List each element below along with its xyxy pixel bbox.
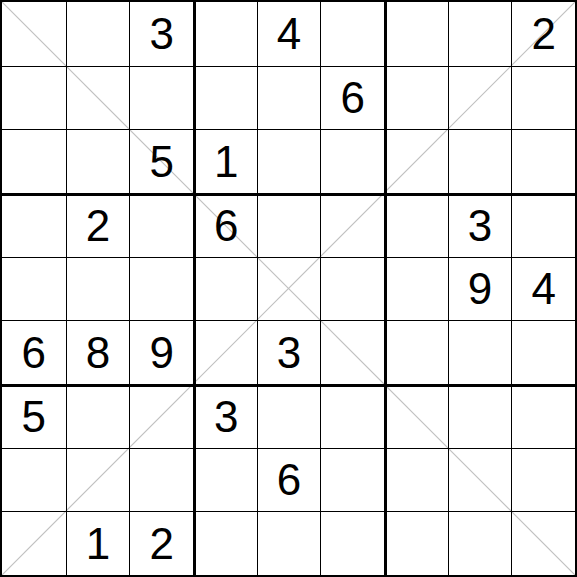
given-digit: 2 xyxy=(86,204,110,248)
sudoku-cell-r9c6[interactable] xyxy=(320,511,384,575)
sudoku-cell-r1c1[interactable] xyxy=(2,2,66,66)
sudoku-cell-r2c7[interactable] xyxy=(384,66,448,130)
sudoku-cell-r1c3[interactable]: 3 xyxy=(129,2,193,66)
sudoku-cell-r9c1[interactable] xyxy=(2,511,66,575)
sudoku-cell-r6c5[interactable]: 3 xyxy=(257,320,321,384)
sudoku-cell-r2c3[interactable] xyxy=(129,66,193,130)
given-digit: 3 xyxy=(277,331,301,375)
sudoku-cell-r1c4[interactable] xyxy=(193,2,257,66)
sudoku-cell-r4c9[interactable] xyxy=(511,193,575,257)
sudoku-cell-r7c2[interactable] xyxy=(66,384,130,448)
sudoku-cell-r5c2[interactable] xyxy=(66,257,130,321)
sudoku-cell-r3c5[interactable] xyxy=(257,129,321,193)
sudoku-cell-r5c7[interactable] xyxy=(384,257,448,321)
sudoku-cell-r7c5[interactable] xyxy=(257,384,321,448)
sudoku-cell-r2c1[interactable] xyxy=(2,66,66,130)
sudoku-cell-r6c8[interactable] xyxy=(448,320,512,384)
sudoku-cell-r1c2[interactable] xyxy=(66,2,130,66)
given-digit: 2 xyxy=(149,522,173,566)
sudoku-cell-r5c5[interactable] xyxy=(257,257,321,321)
given-digit: 8 xyxy=(86,331,110,375)
sudoku-cell-r6c6[interactable] xyxy=(320,320,384,384)
sudoku-cell-r4c2[interactable]: 2 xyxy=(66,193,130,257)
sudoku-cell-r3c6[interactable] xyxy=(320,129,384,193)
sudoku-cell-r8c3[interactable] xyxy=(129,448,193,512)
sudoku-cell-r6c2[interactable]: 8 xyxy=(66,320,130,384)
given-digit: 3 xyxy=(149,12,173,56)
sudoku-cell-r4c8[interactable]: 3 xyxy=(448,193,512,257)
given-digit: 4 xyxy=(277,12,301,56)
given-digit: 3 xyxy=(214,395,238,439)
sudoku-cell-r8c8[interactable] xyxy=(448,448,512,512)
sudoku-cell-r2c4[interactable] xyxy=(193,66,257,130)
sudoku-cell-r6c3[interactable]: 9 xyxy=(129,320,193,384)
sudoku-cell-r1c7[interactable] xyxy=(384,2,448,66)
sudoku-cell-r6c1[interactable]: 6 xyxy=(2,320,66,384)
sudoku-cell-r5c1[interactable] xyxy=(2,257,66,321)
sudoku-cell-r4c4[interactable]: 6 xyxy=(193,193,257,257)
sudoku-cell-r8c7[interactable] xyxy=(384,448,448,512)
sudoku-cell-r5c8[interactable]: 9 xyxy=(448,257,512,321)
sudoku-cell-r2c5[interactable] xyxy=(257,66,321,130)
given-digit: 5 xyxy=(149,140,173,184)
sudoku-cell-r4c7[interactable] xyxy=(384,193,448,257)
sudoku-cell-r2c8[interactable] xyxy=(448,66,512,130)
sudoku-cell-r8c2[interactable] xyxy=(66,448,130,512)
sudoku-cell-r1c9[interactable]: 2 xyxy=(511,2,575,66)
given-digit: 9 xyxy=(149,331,173,375)
given-digit: 6 xyxy=(214,204,238,248)
sudoku-cell-r2c9[interactable] xyxy=(511,66,575,130)
sudoku-board: 34265126394689353612 xyxy=(0,0,577,577)
sudoku-cell-r3c4[interactable]: 1 xyxy=(193,129,257,193)
sudoku-cell-r9c7[interactable] xyxy=(384,511,448,575)
sudoku-cell-r6c9[interactable] xyxy=(511,320,575,384)
sudoku-cell-r1c5[interactable]: 4 xyxy=(257,2,321,66)
sudoku-cell-r5c3[interactable] xyxy=(129,257,193,321)
sudoku-cell-r9c2[interactable]: 1 xyxy=(66,511,130,575)
given-digit: 5 xyxy=(22,395,46,439)
sudoku-cell-r6c4[interactable] xyxy=(193,320,257,384)
sudoku-cell-r4c6[interactable] xyxy=(320,193,384,257)
sudoku-cell-r3c1[interactable] xyxy=(2,129,66,193)
sudoku-cell-r9c8[interactable] xyxy=(448,511,512,575)
given-digit: 2 xyxy=(531,12,555,56)
sudoku-cell-r4c3[interactable] xyxy=(129,193,193,257)
sudoku-cell-r8c5[interactable]: 6 xyxy=(257,448,321,512)
given-digit: 6 xyxy=(277,458,301,502)
given-digit: 9 xyxy=(468,267,492,311)
sudoku-cell-r5c9[interactable]: 4 xyxy=(511,257,575,321)
sudoku-cell-r1c8[interactable] xyxy=(448,2,512,66)
given-digit: 1 xyxy=(214,140,238,184)
sudoku-cell-r9c3[interactable]: 2 xyxy=(129,511,193,575)
sudoku-cell-r7c7[interactable] xyxy=(384,384,448,448)
sudoku-cell-r9c5[interactable] xyxy=(257,511,321,575)
sudoku-grid: 34265126394689353612 xyxy=(2,2,575,575)
sudoku-cell-r8c9[interactable] xyxy=(511,448,575,512)
sudoku-cell-r1c6[interactable] xyxy=(320,2,384,66)
given-digit: 6 xyxy=(340,76,364,120)
sudoku-cell-r8c1[interactable] xyxy=(2,448,66,512)
sudoku-cell-r7c3[interactable] xyxy=(129,384,193,448)
sudoku-cell-r4c5[interactable] xyxy=(257,193,321,257)
sudoku-cell-r3c7[interactable] xyxy=(384,129,448,193)
sudoku-cell-r9c9[interactable] xyxy=(511,511,575,575)
sudoku-cell-r2c2[interactable] xyxy=(66,66,130,130)
sudoku-cell-r5c6[interactable] xyxy=(320,257,384,321)
sudoku-cell-r3c9[interactable] xyxy=(511,129,575,193)
sudoku-cell-r7c4[interactable]: 3 xyxy=(193,384,257,448)
sudoku-cell-r7c8[interactable] xyxy=(448,384,512,448)
sudoku-cell-r7c6[interactable] xyxy=(320,384,384,448)
sudoku-cell-r3c3[interactable]: 5 xyxy=(129,129,193,193)
given-digit: 6 xyxy=(22,331,46,375)
sudoku-cell-r8c4[interactable] xyxy=(193,448,257,512)
sudoku-cell-r3c2[interactable] xyxy=(66,129,130,193)
sudoku-cell-r4c1[interactable] xyxy=(2,193,66,257)
sudoku-cell-r3c8[interactable] xyxy=(448,129,512,193)
sudoku-cell-r6c7[interactable] xyxy=(384,320,448,384)
sudoku-cell-r5c4[interactable] xyxy=(193,257,257,321)
sudoku-cell-r7c1[interactable]: 5 xyxy=(2,384,66,448)
sudoku-cell-r8c6[interactable] xyxy=(320,448,384,512)
sudoku-cell-r2c6[interactable]: 6 xyxy=(320,66,384,130)
given-digit: 3 xyxy=(468,204,492,248)
given-digit: 1 xyxy=(86,522,110,566)
sudoku-cell-r9c4[interactable] xyxy=(193,511,257,575)
given-digit: 4 xyxy=(531,267,555,311)
sudoku-cell-r7c9[interactable] xyxy=(511,384,575,448)
